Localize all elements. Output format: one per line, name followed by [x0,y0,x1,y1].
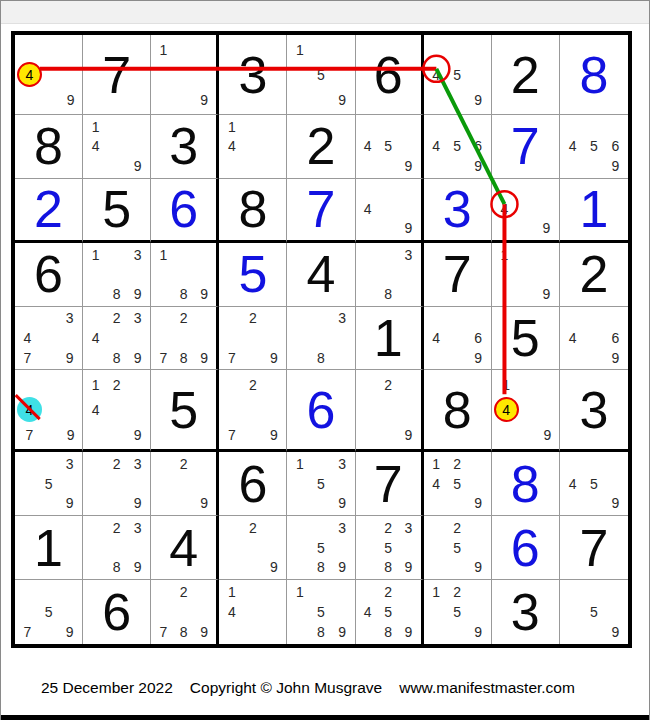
candidate-8: 8 [174,348,194,368]
candidate-3: 3 [127,454,148,474]
candidate-2: 2 [242,309,263,329]
cell-r5c5[interactable]: 38 [287,307,355,371]
candidate-8: 8 [106,284,127,304]
candidate-4: 4 [17,397,42,422]
candidate-7: 7 [221,422,242,447]
cell-r4c4[interactable]: 5 [219,243,287,307]
digit: 8 [579,49,608,101]
cell-r9c3[interactable]: 2789 [151,580,219,644]
candidate-3: 3 [398,518,418,538]
footer-date: 25 December 2022 [41,679,173,697]
cell-r1c1[interactable]: 49 [15,35,83,115]
page: 4971931596459288149314245945697456925687… [0,0,650,720]
candidate-9: 9 [398,558,418,578]
candidate-9: 9 [398,622,418,642]
cell-r3c1[interactable]: 2 [15,179,83,243]
candidate-5: 5 [310,62,331,87]
candidate-9: 9 [127,348,148,368]
candidate-3: 3 [332,454,353,474]
cell-r8c6[interactable]: 23589 [356,516,424,580]
cell-r4c1[interactable]: 6 [15,243,83,307]
cell-r1c9[interactable]: 8 [560,35,628,115]
footer-website: www.manifestmaster.com [399,679,575,697]
candidate-8: 8 [174,622,194,642]
candidate-9: 9 [468,156,489,176]
digit: 1 [579,183,608,235]
candidate-2: 2 [106,372,127,397]
cell-r8c8[interactable]: 6 [492,516,560,580]
candidate-9: 9 [263,422,284,447]
cell-r1c2[interactable]: 7 [83,35,151,115]
cell-r1c5[interactable]: 159 [287,35,355,115]
candidate-2: 2 [242,518,263,538]
candidate-3: 3 [127,309,148,329]
candidate-4: 4 [358,137,378,157]
cell-r7c2[interactable]: 239 [83,452,151,516]
cell-r8c3[interactable]: 4 [151,516,219,580]
candidate-5: 5 [583,474,604,494]
sudoku-board: 4971931596459288149314245945697456925687… [11,31,632,648]
cell-r1c3[interactable]: 19 [151,35,219,115]
candidate-4: 4 [426,474,447,494]
candidate-1: 1 [221,582,242,602]
digit: 1 [34,522,63,574]
candidate-9: 9 [263,558,284,578]
digit: 6 [307,384,336,436]
candidate-7: 7 [221,348,242,368]
cell-r4c7[interactable]: 7 [424,243,492,307]
candidate-2: 2 [378,372,398,397]
cell-r9c6[interactable]: 24589 [356,580,424,644]
cell-r3c2[interactable]: 5 [83,179,151,243]
cell-r6c1[interactable]: 479 [15,370,83,452]
cell-r2c5[interactable]: 2 [287,115,355,179]
cell-r2c1[interactable]: 8 [15,115,83,179]
cell-r8c1[interactable]: 1 [15,516,83,580]
candidate-9: 9 [605,348,626,368]
cell-r6c3[interactable]: 5 [151,370,219,452]
cell-r2c3[interactable]: 3 [151,115,219,179]
digit: 5 [169,384,198,436]
candidate-4: 4 [494,397,519,422]
cell-r6c2[interactable]: 1249 [83,370,151,452]
candidate-9: 9 [468,558,489,578]
candidate-9: 9 [127,558,148,578]
candidate-3: 3 [59,309,80,329]
candidate-3: 3 [59,454,80,474]
cell-r5c7[interactable]: 469 [424,307,492,371]
cell-r9c1[interactable]: 579 [15,580,83,644]
cell-r8c5[interactable]: 3589 [287,516,355,580]
candidate-4: 4 [85,328,106,348]
digit: 2 [34,183,63,235]
candidate-6: 6 [605,137,626,157]
candidate-5: 5 [38,474,59,494]
candidate-1: 1 [85,117,106,137]
candidate-9: 9 [59,494,80,514]
candidate-7: 7 [17,422,42,447]
cell-r1c6[interactable]: 6 [356,35,424,115]
candidate-5: 5 [378,538,398,558]
digit: 8 [511,458,540,510]
cell-r5c3[interactable]: 2789 [151,307,219,371]
candidate-5: 5 [310,474,331,494]
candidate-2: 2 [174,582,194,602]
candidate-3: 3 [398,245,418,265]
candidate-9: 9 [127,422,148,447]
candidate-8: 8 [106,558,127,578]
candidate-1: 1 [153,245,173,265]
candidate-9: 9 [468,494,489,514]
cell-r6c8[interactable]: 149 [492,370,560,452]
candidate-5: 5 [378,602,398,622]
footer: 25 December 2022 Copyright © John Musgra… [41,679,575,697]
candidate-2: 2 [106,454,127,474]
digit: 2 [511,49,540,101]
cell-r8c4[interactable]: 29 [219,516,287,580]
digit: 4 [169,522,198,574]
cell-r1c7[interactable]: 459 [424,35,492,115]
candidate-1: 1 [85,372,106,397]
candidate-8: 8 [310,622,331,642]
candidate-5: 5 [447,474,468,494]
candidate-4: 4 [562,328,583,348]
cell-r3c9[interactable]: 1 [560,179,628,243]
cell-r6c6[interactable]: 29 [356,370,424,452]
candidate-3: 3 [127,245,148,265]
candidate-4: 4 [17,328,38,348]
digit: 3 [238,49,267,101]
candidate-4: 4 [426,328,447,348]
candidate-2: 2 [242,372,263,397]
candidate-9: 9 [538,422,557,447]
candidate-5: 5 [447,538,468,558]
candidate-9: 9 [194,87,214,112]
candidate-9: 9 [194,494,214,514]
candidate-9: 9 [605,156,626,176]
candidate-4: 4 [494,200,515,219]
candidate-1: 1 [85,245,106,265]
candidate-5: 5 [310,538,331,558]
candidate-4: 4 [358,602,378,622]
cell-r2c9[interactable]: 4569 [560,115,628,179]
digit: 3 [579,384,608,436]
candidate-3: 3 [332,518,353,538]
candidate-2: 2 [174,454,194,474]
candidate-2: 2 [447,454,468,474]
candidate-9: 9 [398,156,418,176]
cell-r7c1[interactable]: 359 [15,452,83,516]
candidate-1: 1 [289,454,310,474]
candidate-7: 7 [153,622,173,642]
cell-r7c5[interactable]: 1359 [287,452,355,516]
candidate-9: 9 [332,494,353,514]
candidate-8: 8 [106,348,127,368]
digit: 8 [34,120,63,172]
candidate-9: 9 [127,156,148,176]
cell-r6c7[interactable]: 8 [424,370,492,452]
digit: 8 [238,183,267,235]
digit: 1 [374,312,403,364]
candidate-1: 1 [289,37,310,62]
candidate-9: 9 [194,348,214,368]
cell-r4c6[interactable]: 38 [356,243,424,307]
digit: 3 [511,586,540,638]
digit: 7 [374,458,403,510]
candidate-4: 4 [426,62,447,87]
cell-r2c8[interactable]: 7 [492,115,560,179]
candidate-2: 2 [174,309,194,329]
window-top-bar [1,1,649,24]
digit: 8 [443,384,472,436]
candidate-1: 1 [494,245,515,265]
candidate-3: 3 [127,518,148,538]
candidate-9: 9 [194,622,214,642]
candidate-4: 4 [17,62,42,87]
cell-r5c2[interactable]: 23489 [83,307,151,371]
candidate-2: 2 [447,518,468,538]
digit: 5 [511,312,540,364]
cell-r9c9[interactable]: 59 [560,580,628,644]
cell-r5c1[interactable]: 3479 [15,307,83,371]
cell-r1c4[interactable]: 3 [219,35,287,115]
cell-r4c5[interactable]: 4 [287,243,355,307]
candidate-1: 1 [221,117,242,137]
cell-r8c9[interactable]: 7 [560,516,628,580]
digit: 5 [238,248,267,300]
cell-r7c3[interactable]: 29 [151,452,219,516]
cell-r7c6[interactable]: 7 [356,452,424,516]
candidate-9: 9 [332,558,353,578]
cell-r7c7[interactable]: 12459 [424,452,492,516]
candidate-8: 8 [310,348,331,368]
digit: 7 [102,49,131,101]
candidate-2: 2 [447,582,468,602]
candidate-9: 9 [332,87,353,112]
cell-r8c2[interactable]: 2389 [83,516,151,580]
candidate-9: 9 [468,348,489,368]
bottom-bar [0,715,650,720]
cell-r4c8[interactable]: 19 [492,243,560,307]
cell-r8c7[interactable]: 259 [424,516,492,580]
candidate-9: 9 [536,284,557,304]
cell-r2c4[interactable]: 14 [219,115,287,179]
candidate-9: 9 [398,422,418,447]
cell-r5c6[interactable]: 1 [356,307,424,371]
cell-r9c8[interactable]: 3 [492,580,560,644]
digit: 4 [307,248,336,300]
digit: 6 [238,458,267,510]
candidate-1: 1 [153,37,173,62]
cell-r4c2[interactable]: 1389 [83,243,151,307]
candidate-9: 9 [59,348,80,368]
candidate-8: 8 [310,558,331,578]
candidate-9: 9 [61,87,80,112]
candidate-6: 6 [468,328,489,348]
candidate-9: 9 [468,622,489,642]
cell-r4c3[interactable]: 189 [151,243,219,307]
digit: 7 [579,522,608,574]
candidate-5: 5 [583,137,604,157]
candidate-2: 2 [106,309,127,329]
candidate-4: 4 [221,602,242,622]
cell-r9c7[interactable]: 1259 [424,580,492,644]
cell-r5c9[interactable]: 469 [560,307,628,371]
digit: 3 [169,120,198,172]
candidate-9: 9 [536,219,557,238]
candidate-5: 5 [38,602,59,622]
cell-r5c4[interactable]: 279 [219,307,287,371]
candidate-5: 5 [447,137,468,157]
candidate-1: 1 [289,582,310,602]
candidate-2: 2 [106,518,127,538]
cell-r6c4[interactable]: 279 [219,370,287,452]
candidate-1: 1 [426,582,447,602]
candidate-9: 9 [59,622,80,642]
digit: 6 [374,49,403,101]
cell-r3c6[interactable]: 49 [356,179,424,243]
candidate-6: 6 [468,137,489,157]
candidate-8: 8 [378,284,398,304]
digit: 7 [511,120,540,172]
cell-r6c9[interactable]: 3 [560,370,628,452]
digit: 6 [511,522,540,574]
candidate-4: 4 [85,397,106,422]
candidate-9: 9 [468,87,489,112]
digit: 2 [579,248,608,300]
cell-r7c8[interactable]: 8 [492,452,560,516]
cell-r4c9[interactable]: 2 [560,243,628,307]
footer-copyright: Copyright © John Musgrave [190,679,382,697]
candidate-5: 5 [310,602,331,622]
candidate-9: 9 [605,622,626,642]
cell-r1c8[interactable]: 2 [492,35,560,115]
candidate-5: 5 [583,602,604,622]
candidate-8: 8 [174,284,194,304]
digit: 7 [307,183,336,235]
candidate-1: 1 [426,454,447,474]
candidate-7: 7 [17,622,38,642]
digit: 7 [443,248,472,300]
digit: 2 [307,120,336,172]
cell-r2c7[interactable]: 4569 [424,115,492,179]
candidate-2: 2 [378,582,398,602]
cell-r3c4[interactable]: 8 [219,179,287,243]
cell-r3c8[interactable]: 49 [492,179,560,243]
digit: 6 [169,183,198,235]
cell-r9c4[interactable]: 14 [219,580,287,644]
cell-r3c5[interactable]: 7 [287,179,355,243]
cell-r5c8[interactable]: 5 [492,307,560,371]
cell-r3c7[interactable]: 3 [424,179,492,243]
candidate-4: 4 [562,474,583,494]
candidate-5: 5 [378,137,398,157]
candidate-7: 7 [153,348,173,368]
candidate-9: 9 [127,284,148,304]
candidate-9: 9 [61,422,80,447]
candidate-8: 8 [378,558,398,578]
cell-r2c6[interactable]: 459 [356,115,424,179]
candidate-5: 5 [447,602,468,622]
candidate-3: 3 [332,309,353,329]
candidate-4: 4 [221,137,242,157]
candidate-4: 4 [358,200,378,219]
candidate-1: 1 [494,372,519,397]
cell-r2c2[interactable]: 149 [83,115,151,179]
candidate-9: 9 [332,622,353,642]
candidate-4: 4 [426,137,447,157]
digit: 6 [34,248,63,300]
digit: 3 [443,183,472,235]
cell-r7c9[interactable]: 459 [560,452,628,516]
cell-r3c3[interactable]: 6 [151,179,219,243]
cell-r7c4[interactable]: 6 [219,452,287,516]
digit: 5 [102,183,131,235]
candidate-7: 7 [17,348,38,368]
cell-r9c2[interactable]: 6 [83,580,151,644]
candidate-4: 4 [85,137,106,157]
candidate-9: 9 [194,284,214,304]
candidate-8: 8 [378,622,398,642]
candidate-6: 6 [605,328,626,348]
candidate-5: 5 [447,62,468,87]
candidate-4: 4 [562,137,583,157]
candidate-9: 9 [398,219,418,238]
cell-r6c5[interactable]: 6 [287,370,355,452]
candidate-2: 2 [378,518,398,538]
candidate-9: 9 [127,494,148,514]
candidate-9: 9 [263,348,284,368]
cell-r9c5[interactable]: 1589 [287,580,355,644]
candidate-9: 9 [605,494,626,514]
digit: 6 [102,586,131,638]
